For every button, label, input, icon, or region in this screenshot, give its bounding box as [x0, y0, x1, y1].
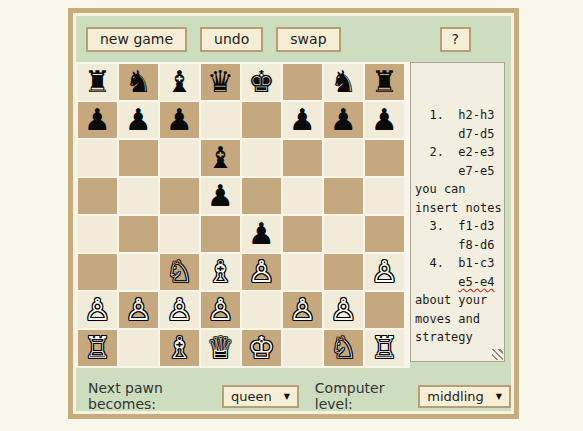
swap-button[interactable]: swap: [276, 27, 340, 52]
notes-line: about your: [415, 291, 504, 310]
square-a6[interactable]: [78, 140, 117, 176]
white-rook-piece[interactable]: ♖: [365, 330, 404, 366]
white-pawn-piece[interactable]: ♙: [283, 292, 322, 328]
black-rook-piece[interactable]: ♜: [78, 64, 117, 100]
resize-handle-icon[interactable]: [492, 349, 503, 360]
square-e8[interactable]: ♚: [242, 64, 281, 100]
square-d5[interactable]: ♟: [201, 178, 240, 214]
black-king-piece[interactable]: ♚: [242, 64, 281, 100]
white-king-piece[interactable]: ♔: [242, 330, 281, 366]
square-a5[interactable]: [78, 178, 117, 214]
promotion-label: Next pawn becomes:: [88, 380, 215, 412]
notes-line: 4. b1-c3: [415, 254, 504, 273]
black-pawn-piece[interactable]: ♟: [201, 178, 240, 214]
notes-text: 1. h2-h3 d7-d5 2. e2-e3 e7-e5you caninse…: [415, 106, 504, 347]
square-g1[interactable]: ♘: [324, 330, 363, 366]
square-f8[interactable]: [283, 64, 322, 100]
notes-line: 1. h2-h3: [415, 106, 504, 125]
square-e6[interactable]: [242, 140, 281, 176]
square-f2[interactable]: ♙: [283, 292, 322, 328]
black-pawn-piece[interactable]: ♟: [242, 216, 281, 252]
white-knight-piece[interactable]: ♘: [324, 330, 363, 366]
page-background: { "game": "chess", "position": "rnbqk1nr…: [0, 0, 583, 431]
square-f3[interactable]: [283, 254, 322, 290]
square-b7[interactable]: ♟: [119, 102, 158, 138]
square-f6[interactable]: [283, 140, 322, 176]
square-e3[interactable]: ♙: [242, 254, 281, 290]
white-pawn-piece[interactable]: ♙: [324, 292, 363, 328]
square-b4[interactable]: [119, 216, 158, 252]
notes-line: moves and: [415, 310, 504, 329]
main-row: ♜♞♝♛♚♞♜♟♟♟♟♟♟♝♟♟♘♗♙♙♙♙♙♙♙♙♖♗♕♔♘♖ 1. h2-h…: [76, 62, 511, 368]
notes-line: strategy: [415, 328, 504, 347]
square-a2[interactable]: ♙: [78, 292, 117, 328]
bottom-controls: Next pawn becomes: queen ▼ Computer leve…: [76, 380, 511, 412]
square-d4[interactable]: [201, 216, 240, 252]
undo-button[interactable]: undo: [200, 27, 263, 52]
white-pawn-piece[interactable]: ♙: [119, 292, 158, 328]
level-select[interactable]: middling ▼: [418, 385, 511, 408]
square-d7[interactable]: [201, 102, 240, 138]
black-pawn-piece[interactable]: ♟: [324, 102, 363, 138]
dropdown-arrow-icon: ▼: [284, 392, 290, 401]
square-d2[interactable]: ♙: [201, 292, 240, 328]
notes-line: you can: [415, 180, 504, 199]
square-g6[interactable]: [324, 140, 363, 176]
square-f4[interactable]: [283, 216, 322, 252]
square-h1[interactable]: ♖: [365, 330, 404, 366]
white-pawn-piece[interactable]: ♙: [365, 254, 404, 290]
square-c8[interactable]: ♝: [160, 64, 199, 100]
square-c5[interactable]: [160, 178, 199, 214]
square-d8[interactable]: ♛: [201, 64, 240, 100]
black-pawn-piece[interactable]: ♟: [160, 102, 199, 138]
promotion-select[interactable]: queen ▼: [222, 385, 299, 408]
dropdown-arrow-icon: ▼: [496, 392, 502, 401]
square-g5[interactable]: [324, 178, 363, 214]
square-c4[interactable]: [160, 216, 199, 252]
black-pawn-piece[interactable]: ♟: [283, 102, 322, 138]
square-h2[interactable]: [365, 292, 404, 328]
square-h5[interactable]: [365, 178, 404, 214]
square-g3[interactable]: [324, 254, 363, 290]
new-game-button[interactable]: new game: [86, 27, 187, 52]
square-a4[interactable]: [78, 216, 117, 252]
white-bishop-piece[interactable]: ♗: [201, 254, 240, 290]
white-pawn-piece[interactable]: ♙: [201, 292, 240, 328]
white-rook-piece[interactable]: ♖: [78, 330, 117, 366]
square-b2[interactable]: ♙: [119, 292, 158, 328]
square-g7[interactable]: ♟: [324, 102, 363, 138]
square-c6[interactable]: [160, 140, 199, 176]
black-bishop-piece[interactable]: ♝: [160, 64, 199, 100]
chess-app-panel-inner: new game undo swap ? ♜♞♝♛♚♞♜♟♟♟♟♟♟♝♟♟♘♗♙…: [73, 13, 514, 414]
black-bishop-piece[interactable]: ♝: [201, 140, 240, 176]
white-pawn-piece[interactable]: ♙: [160, 292, 199, 328]
black-queen-piece[interactable]: ♛: [201, 64, 240, 100]
square-h6[interactable]: [365, 140, 404, 176]
square-a3[interactable]: [78, 254, 117, 290]
square-b1[interactable]: [119, 330, 158, 366]
square-h7[interactable]: ♟: [365, 102, 404, 138]
square-b6[interactable]: [119, 140, 158, 176]
notes-line: f8-d6: [415, 236, 504, 255]
square-a1[interactable]: ♖: [78, 330, 117, 366]
square-e1[interactable]: ♔: [242, 330, 281, 366]
black-pawn-piece[interactable]: ♟: [365, 102, 404, 138]
white-pawn-piece[interactable]: ♙: [78, 292, 117, 328]
level-label: Computer level:: [315, 380, 412, 412]
square-h4[interactable]: [365, 216, 404, 252]
square-e2[interactable]: [242, 292, 281, 328]
square-e5[interactable]: [242, 178, 281, 214]
promotion-selected-value: queen: [231, 389, 272, 404]
white-pawn-piece[interactable]: ♙: [242, 254, 281, 290]
notes-line: e5-e4: [415, 273, 504, 292]
square-h8[interactable]: ♜: [365, 64, 404, 100]
black-pawn-piece[interactable]: ♟: [78, 102, 117, 138]
notes-line: e7-e5: [415, 162, 504, 181]
square-g4[interactable]: [324, 216, 363, 252]
level-selected-value: middling: [427, 389, 484, 404]
square-b5[interactable]: [119, 178, 158, 214]
square-f7[interactable]: ♟: [283, 102, 322, 138]
black-knight-piece[interactable]: ♞: [324, 64, 363, 100]
square-c2[interactable]: ♙: [160, 292, 199, 328]
notes-textarea[interactable]: 1. h2-h3 d7-d5 2. e2-e3 e7-e5you caninse…: [410, 62, 505, 362]
black-pawn-piece[interactable]: ♟: [119, 102, 158, 138]
chess-board: ♜♞♝♛♚♞♜♟♟♟♟♟♟♝♟♟♘♗♙♙♙♙♙♙♙♙♖♗♕♔♘♖: [76, 62, 410, 368]
white-bishop-piece[interactable]: ♗: [160, 330, 199, 366]
toolbar: new game undo swap ?: [76, 16, 511, 62]
square-d3[interactable]: ♗: [201, 254, 240, 290]
square-e4[interactable]: ♟: [242, 216, 281, 252]
square-f1[interactable]: [283, 330, 322, 366]
square-a7[interactable]: ♟: [78, 102, 117, 138]
square-h3[interactable]: ♙: [365, 254, 404, 290]
square-g8[interactable]: ♞: [324, 64, 363, 100]
square-d1[interactable]: ♕: [201, 330, 240, 366]
white-queen-piece[interactable]: ♕: [201, 330, 240, 366]
black-rook-piece[interactable]: ♜: [365, 64, 404, 100]
notes-line: d7-d5: [415, 125, 504, 144]
square-b8[interactable]: ♞: [119, 64, 158, 100]
square-d6[interactable]: ♝: [201, 140, 240, 176]
square-c7[interactable]: ♟: [160, 102, 199, 138]
notes-line: insert notes: [415, 199, 504, 218]
square-g2[interactable]: ♙: [324, 292, 363, 328]
square-e7[interactable]: [242, 102, 281, 138]
square-c1[interactable]: ♗: [160, 330, 199, 366]
square-f5[interactable]: [283, 178, 322, 214]
notes-line: 2. e2-e3: [415, 143, 504, 162]
white-knight-piece[interactable]: ♘: [160, 254, 199, 290]
square-b3[interactable]: [119, 254, 158, 290]
square-c3[interactable]: ♘: [160, 254, 199, 290]
chess-app-panel: new game undo swap ? ♜♞♝♛♚♞♜♟♟♟♟♟♟♝♟♟♘♗♙…: [68, 8, 519, 419]
notes-line: 3. f1-d3: [415, 217, 504, 236]
black-knight-piece[interactable]: ♞: [119, 64, 158, 100]
help-button[interactable]: ?: [440, 27, 471, 52]
square-a8[interactable]: ♜: [78, 64, 117, 100]
